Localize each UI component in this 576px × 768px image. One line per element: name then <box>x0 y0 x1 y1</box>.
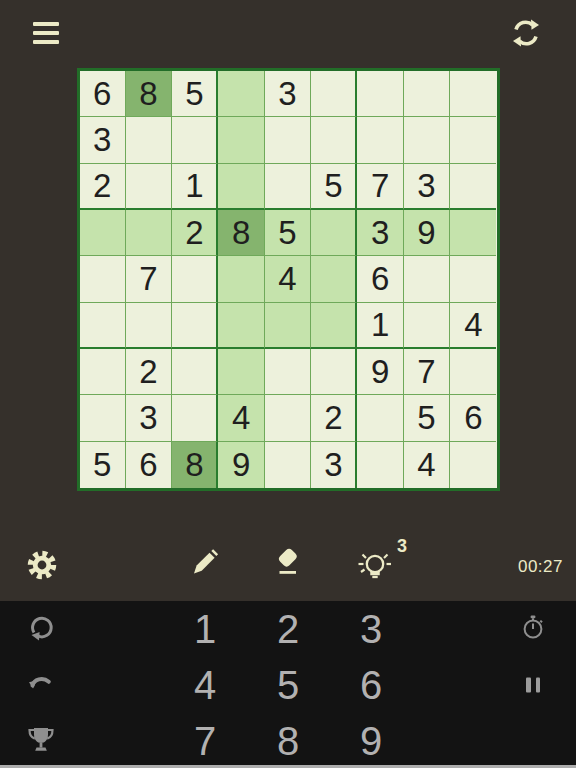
achievements-button[interactable] <box>26 724 56 758</box>
cell-r8c7[interactable] <box>357 395 403 441</box>
key-7[interactable]: 7 <box>194 719 216 764</box>
cell-r7c8[interactable]: 7 <box>404 349 450 395</box>
cell-r1c7[interactable] <box>357 71 403 117</box>
timer-label: 00:27 <box>518 557 563 577</box>
cell-r5c5[interactable]: 4 <box>265 256 311 302</box>
cell-r9c4[interactable]: 9 <box>218 442 264 488</box>
cell-r9c6[interactable]: 3 <box>311 442 357 488</box>
restart-button[interactable] <box>26 612 56 646</box>
hamburger-icon <box>33 40 59 44</box>
menu-button[interactable] <box>33 22 59 44</box>
new-game-button[interactable] <box>510 17 542 49</box>
cell-r7c2[interactable]: 2 <box>126 349 172 395</box>
hint-button[interactable]: 3 <box>354 545 394 585</box>
cell-r2c2[interactable] <box>126 117 172 163</box>
cell-r9c1[interactable]: 5 <box>80 442 126 488</box>
cell-r7c9[interactable] <box>450 349 496 395</box>
cell-r5c1[interactable] <box>80 256 126 302</box>
cell-r2c9[interactable] <box>450 117 496 163</box>
cell-r6c7[interactable]: 1 <box>357 303 403 349</box>
sudoku-board: 6853321573285397461429734256568934 <box>77 68 500 491</box>
cell-r5c7[interactable]: 6 <box>357 256 403 302</box>
cell-r5c9[interactable] <box>450 256 496 302</box>
lightbulb-icon <box>354 545 394 585</box>
number-keypad: 123456789 <box>0 601 576 765</box>
cell-r9c5[interactable] <box>265 442 311 488</box>
cell-r4c1[interactable] <box>80 210 126 256</box>
refresh-icon <box>510 17 542 49</box>
cell-r2c7[interactable] <box>357 117 403 163</box>
cell-r1c5[interactable]: 3 <box>265 71 311 117</box>
cell-r5c2[interactable]: 7 <box>126 256 172 302</box>
cell-r2c8[interactable] <box>404 117 450 163</box>
erase-button[interactable] <box>271 545 305 583</box>
cell-r7c7[interactable]: 9 <box>357 349 403 395</box>
cell-r3c8[interactable]: 3 <box>404 164 450 210</box>
cell-r1c8[interactable] <box>404 71 450 117</box>
cell-r4c3[interactable]: 2 <box>172 210 218 256</box>
cell-r5c3[interactable] <box>172 256 218 302</box>
cell-r9c9[interactable] <box>450 442 496 488</box>
key-3[interactable]: 3 <box>360 607 382 652</box>
cell-r6c2[interactable] <box>126 303 172 349</box>
cell-r8c6[interactable]: 2 <box>311 395 357 441</box>
cell-r5c8[interactable] <box>404 256 450 302</box>
cell-r1c2[interactable]: 8 <box>126 71 172 117</box>
trophy-icon <box>26 724 56 754</box>
cell-r4c2[interactable] <box>126 210 172 256</box>
cell-r2c1[interactable]: 3 <box>80 117 126 163</box>
cell-r7c6[interactable] <box>311 349 357 395</box>
hamburger-icon <box>33 31 59 35</box>
settings-button[interactable] <box>25 548 59 586</box>
cell-r3c6[interactable]: 5 <box>311 164 357 210</box>
cell-r5c4[interactable] <box>218 256 264 302</box>
cell-r7c5[interactable] <box>265 349 311 395</box>
cell-r2c4[interactable] <box>218 117 264 163</box>
undo-button[interactable] <box>27 669 55 701</box>
cell-r1c1[interactable]: 6 <box>80 71 126 117</box>
cell-r4c6[interactable] <box>311 210 357 256</box>
cell-r6c4[interactable] <box>218 303 264 349</box>
cell-r3c7[interactable]: 7 <box>357 164 403 210</box>
key-6[interactable]: 6 <box>360 663 382 708</box>
cell-r1c3[interactable]: 5 <box>172 71 218 117</box>
cell-r8c8[interactable]: 5 <box>404 395 450 441</box>
cell-r8c1[interactable] <box>80 395 126 441</box>
cell-r3c4[interactable] <box>218 164 264 210</box>
cell-r8c4[interactable]: 4 <box>218 395 264 441</box>
cell-r4c9[interactable] <box>450 210 496 256</box>
timer-toggle-button[interactable] <box>519 613 547 645</box>
undo-icon <box>27 669 55 697</box>
cell-r6c9[interactable]: 4 <box>450 303 496 349</box>
cell-r6c1[interactable] <box>80 303 126 349</box>
cell-r3c5[interactable] <box>265 164 311 210</box>
cell-r8c5[interactable] <box>265 395 311 441</box>
cell-r3c2[interactable] <box>126 164 172 210</box>
cell-r6c3[interactable] <box>172 303 218 349</box>
cell-r4c7[interactable]: 3 <box>357 210 403 256</box>
cell-r8c3[interactable] <box>172 395 218 441</box>
cell-r8c2[interactable]: 3 <box>126 395 172 441</box>
restart-icon <box>26 612 56 642</box>
pause-button[interactable] <box>526 678 540 693</box>
cell-r6c5[interactable] <box>265 303 311 349</box>
cell-r3c1[interactable]: 2 <box>80 164 126 210</box>
hint-count-badge: 3 <box>397 536 407 557</box>
sudoku-app: 6853321573285397461429734256568934 <box>0 0 576 768</box>
cell-r1c6[interactable] <box>311 71 357 117</box>
cell-r9c3[interactable]: 8 <box>172 442 218 488</box>
cell-r2c5[interactable] <box>265 117 311 163</box>
key-5[interactable]: 5 <box>277 663 299 708</box>
cell-r2c6[interactable] <box>311 117 357 163</box>
cell-r8c9[interactable]: 6 <box>450 395 496 441</box>
key-2[interactable]: 2 <box>277 607 299 652</box>
cell-r4c4[interactable]: 8 <box>218 210 264 256</box>
gear-icon <box>25 548 59 582</box>
eraser-icon <box>271 545 305 579</box>
key-9[interactable]: 9 <box>360 719 382 764</box>
cell-r1c4[interactable] <box>218 71 264 117</box>
cell-r9c2[interactable]: 6 <box>126 442 172 488</box>
cell-r4c5[interactable]: 5 <box>265 210 311 256</box>
pause-icon <box>526 678 540 693</box>
cell-r4c8[interactable]: 9 <box>404 210 450 256</box>
cell-r9c7[interactable] <box>357 442 403 488</box>
cell-r3c9[interactable] <box>450 164 496 210</box>
cell-r7c3[interactable] <box>172 349 218 395</box>
notes-button[interactable] <box>188 545 222 583</box>
cell-r3c3[interactable]: 1 <box>172 164 218 210</box>
cell-r7c1[interactable] <box>80 349 126 395</box>
toolbar: 3 00:27 <box>0 491 576 601</box>
cell-r7c4[interactable] <box>218 349 264 395</box>
key-8[interactable]: 8 <box>277 719 299 764</box>
pencil-icon <box>188 545 222 579</box>
cell-r6c6[interactable] <box>311 303 357 349</box>
key-4[interactable]: 4 <box>194 663 216 708</box>
cell-r9c8[interactable]: 4 <box>404 442 450 488</box>
cell-r6c8[interactable] <box>404 303 450 349</box>
key-1[interactable]: 1 <box>194 607 216 652</box>
cell-r2c3[interactable] <box>172 117 218 163</box>
cell-r1c9[interactable] <box>450 71 496 117</box>
cell-r5c6[interactable] <box>311 256 357 302</box>
stopwatch-icon <box>519 613 547 641</box>
top-bar <box>0 0 576 68</box>
hamburger-icon <box>33 22 59 26</box>
